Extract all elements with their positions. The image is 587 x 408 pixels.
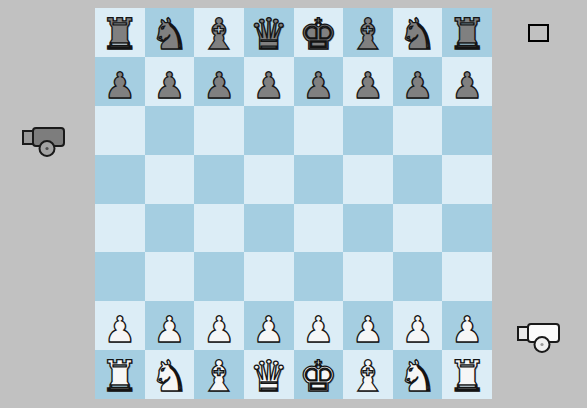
black-knight[interactable]: ♞ [150,11,189,57]
black-bishop[interactable]: ♝ [200,11,239,57]
square-b1[interactable]: ♞ [145,350,195,399]
square-h5[interactable] [442,155,492,204]
black-pawn[interactable]: ♟ [203,66,235,106]
square-h8[interactable]: ♜ [442,8,492,57]
square-b7[interactable]: ♟ [145,57,195,106]
square-g8[interactable]: ♞ [393,8,443,57]
white-knight[interactable]: ♞ [398,353,437,399]
square-f5[interactable] [343,155,393,204]
black-pawn[interactable]: ♟ [451,66,483,106]
square-a7[interactable]: ♟ [95,57,145,106]
white-pawn[interactable]: ♟ [153,310,185,350]
square-f3[interactable] [343,252,393,301]
chess-board: ♜♞♝♛♚♝♞♜♟♟♟♟♟♟♟♟♟♟♟♟♟♟♟♟♜♞♝♛♚♝♞♜ [95,8,492,399]
white-player-cannon-icon [516,317,562,353]
square-g7[interactable]: ♟ [393,57,443,106]
square-h1[interactable]: ♜ [442,350,492,399]
square-c8[interactable]: ♝ [194,8,244,57]
square-h3[interactable] [442,252,492,301]
square-a1[interactable]: ♜ [95,350,145,399]
white-king[interactable]: ♚ [299,353,338,399]
square-f4[interactable] [343,204,393,253]
square-g3[interactable] [393,252,443,301]
white-pawn[interactable]: ♟ [203,310,235,350]
square-d6[interactable] [244,106,294,155]
black-queen[interactable]: ♛ [249,11,288,57]
square-c4[interactable] [194,204,244,253]
square-e6[interactable] [294,106,344,155]
square-e1[interactable]: ♚ [294,350,344,399]
square-h7[interactable]: ♟ [442,57,492,106]
white-bishop[interactable]: ♝ [200,353,239,399]
square-f1[interactable]: ♝ [343,350,393,399]
black-knight[interactable]: ♞ [398,11,437,57]
black-pawn[interactable]: ♟ [352,66,384,106]
square-g4[interactable] [393,204,443,253]
square-a2[interactable]: ♟ [95,301,145,350]
white-pawn[interactable]: ♟ [253,310,285,350]
square-a4[interactable] [95,204,145,253]
black-rook[interactable]: ♜ [101,11,140,57]
square-c1[interactable]: ♝ [194,350,244,399]
black-player-cannon-icon [21,121,67,157]
square-d1[interactable]: ♛ [244,350,294,399]
square-e2[interactable]: ♟ [294,301,344,350]
square-c7[interactable]: ♟ [194,57,244,106]
square-d5[interactable] [244,155,294,204]
square-e3[interactable] [294,252,344,301]
white-rook[interactable]: ♜ [448,353,487,399]
square-g5[interactable] [393,155,443,204]
black-pawn[interactable]: ♟ [104,66,136,106]
black-bishop[interactable]: ♝ [349,11,388,57]
square-e7[interactable]: ♟ [294,57,344,106]
black-pawn[interactable]: ♟ [302,66,334,106]
square-c2[interactable]: ♟ [194,301,244,350]
indicator-box[interactable] [528,24,549,42]
square-e4[interactable] [294,204,344,253]
square-c6[interactable] [194,106,244,155]
square-b8[interactable]: ♞ [145,8,195,57]
square-e5[interactable] [294,155,344,204]
square-g6[interactable] [393,106,443,155]
square-b4[interactable] [145,204,195,253]
square-h6[interactable] [442,106,492,155]
square-g2[interactable]: ♟ [393,301,443,350]
square-h2[interactable]: ♟ [442,301,492,350]
square-a8[interactable]: ♜ [95,8,145,57]
white-pawn[interactable]: ♟ [451,310,483,350]
square-e8[interactable]: ♚ [294,8,344,57]
white-pawn[interactable]: ♟ [104,310,136,350]
square-f8[interactable]: ♝ [343,8,393,57]
square-f7[interactable]: ♟ [343,57,393,106]
black-pawn[interactable]: ♟ [253,66,285,106]
square-f6[interactable] [343,106,393,155]
white-bishop[interactable]: ♝ [349,353,388,399]
black-rook[interactable]: ♜ [448,11,487,57]
square-g1[interactable]: ♞ [393,350,443,399]
square-b5[interactable] [145,155,195,204]
black-king[interactable]: ♚ [299,11,338,57]
white-pawn[interactable]: ♟ [302,310,334,350]
square-b2[interactable]: ♟ [145,301,195,350]
black-pawn[interactable]: ♟ [401,66,433,106]
white-knight[interactable]: ♞ [150,353,189,399]
square-b3[interactable] [145,252,195,301]
white-rook[interactable]: ♜ [101,353,140,399]
square-c5[interactable] [194,155,244,204]
square-h4[interactable] [442,204,492,253]
square-d7[interactable]: ♟ [244,57,294,106]
chess-app-window: ♜♞♝♛♚♝♞♜♟♟♟♟♟♟♟♟♟♟♟♟♟♟♟♟♜♞♝♛♚♝♞♜ [0,0,587,408]
white-pawn[interactable]: ♟ [401,310,433,350]
square-d3[interactable] [244,252,294,301]
square-f2[interactable]: ♟ [343,301,393,350]
square-a6[interactable] [95,106,145,155]
white-pawn[interactable]: ♟ [352,310,384,350]
square-d8[interactable]: ♛ [244,8,294,57]
square-d2[interactable]: ♟ [244,301,294,350]
square-c3[interactable] [194,252,244,301]
square-a3[interactable] [95,252,145,301]
white-queen[interactable]: ♛ [249,353,288,399]
square-d4[interactable] [244,204,294,253]
black-pawn[interactable]: ♟ [153,66,185,106]
square-a5[interactable] [95,155,145,204]
square-b6[interactable] [145,106,195,155]
